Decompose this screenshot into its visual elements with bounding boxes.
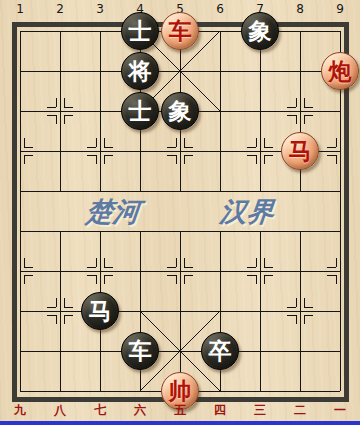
piece-black-advisor[interactable]: 士 [121,12,159,50]
piece-glyph: 将 [129,60,152,83]
xiangqi-board: 1 2 3 4 5 6 7 8 9 楚河 汉界 士车象将炮士象马马车卒帅 九 八… [0,0,360,425]
file-label-bottom-5: 五 [160,403,200,419]
piece-black-horse[interactable]: 马 [81,292,119,330]
pieces-layer[interactable]: 士车象将炮士象马马车卒帅 [0,11,360,411]
piece-black-advisor[interactable]: 士 [121,92,159,130]
piece-glyph: 炮 [329,60,352,83]
piece-glyph: 象 [169,100,192,123]
file-label-bottom-2: 二 [280,403,320,419]
window-edge-strip [0,421,360,425]
file-label-bottom-4: 四 [200,403,240,419]
piece-glyph: 卒 [209,340,232,363]
file-label-bottom-7: 七 [80,403,120,419]
piece-glyph: 车 [129,340,152,363]
piece-glyph: 马 [89,300,112,323]
piece-glyph: 帅 [169,380,192,403]
file-label-bottom-6: 六 [120,403,160,419]
piece-glyph: 士 [129,20,152,43]
file-label-bottom-9: 九 [0,403,40,419]
piece-black-soldier[interactable]: 卒 [201,332,239,370]
piece-glyph: 马 [289,140,312,163]
piece-glyph: 车 [169,20,192,43]
piece-red-cannon[interactable]: 炮 [321,52,359,90]
file-label-bottom-8: 八 [40,403,80,419]
file-labels-bottom: 九 八 七 六 五 四 三 二 一 [0,403,360,419]
piece-glyph: 士 [129,100,152,123]
file-label-bottom-1: 一 [320,403,360,419]
piece-black-elephant[interactable]: 象 [241,12,279,50]
piece-black-general[interactable]: 将 [121,52,159,90]
file-label-bottom-3: 三 [240,403,280,419]
piece-glyph: 象 [249,20,272,43]
piece-red-horse[interactable]: 马 [281,132,319,170]
piece-black-chariot[interactable]: 车 [121,332,159,370]
piece-red-chariot[interactable]: 车 [161,12,199,50]
piece-black-elephant[interactable]: 象 [161,92,199,130]
